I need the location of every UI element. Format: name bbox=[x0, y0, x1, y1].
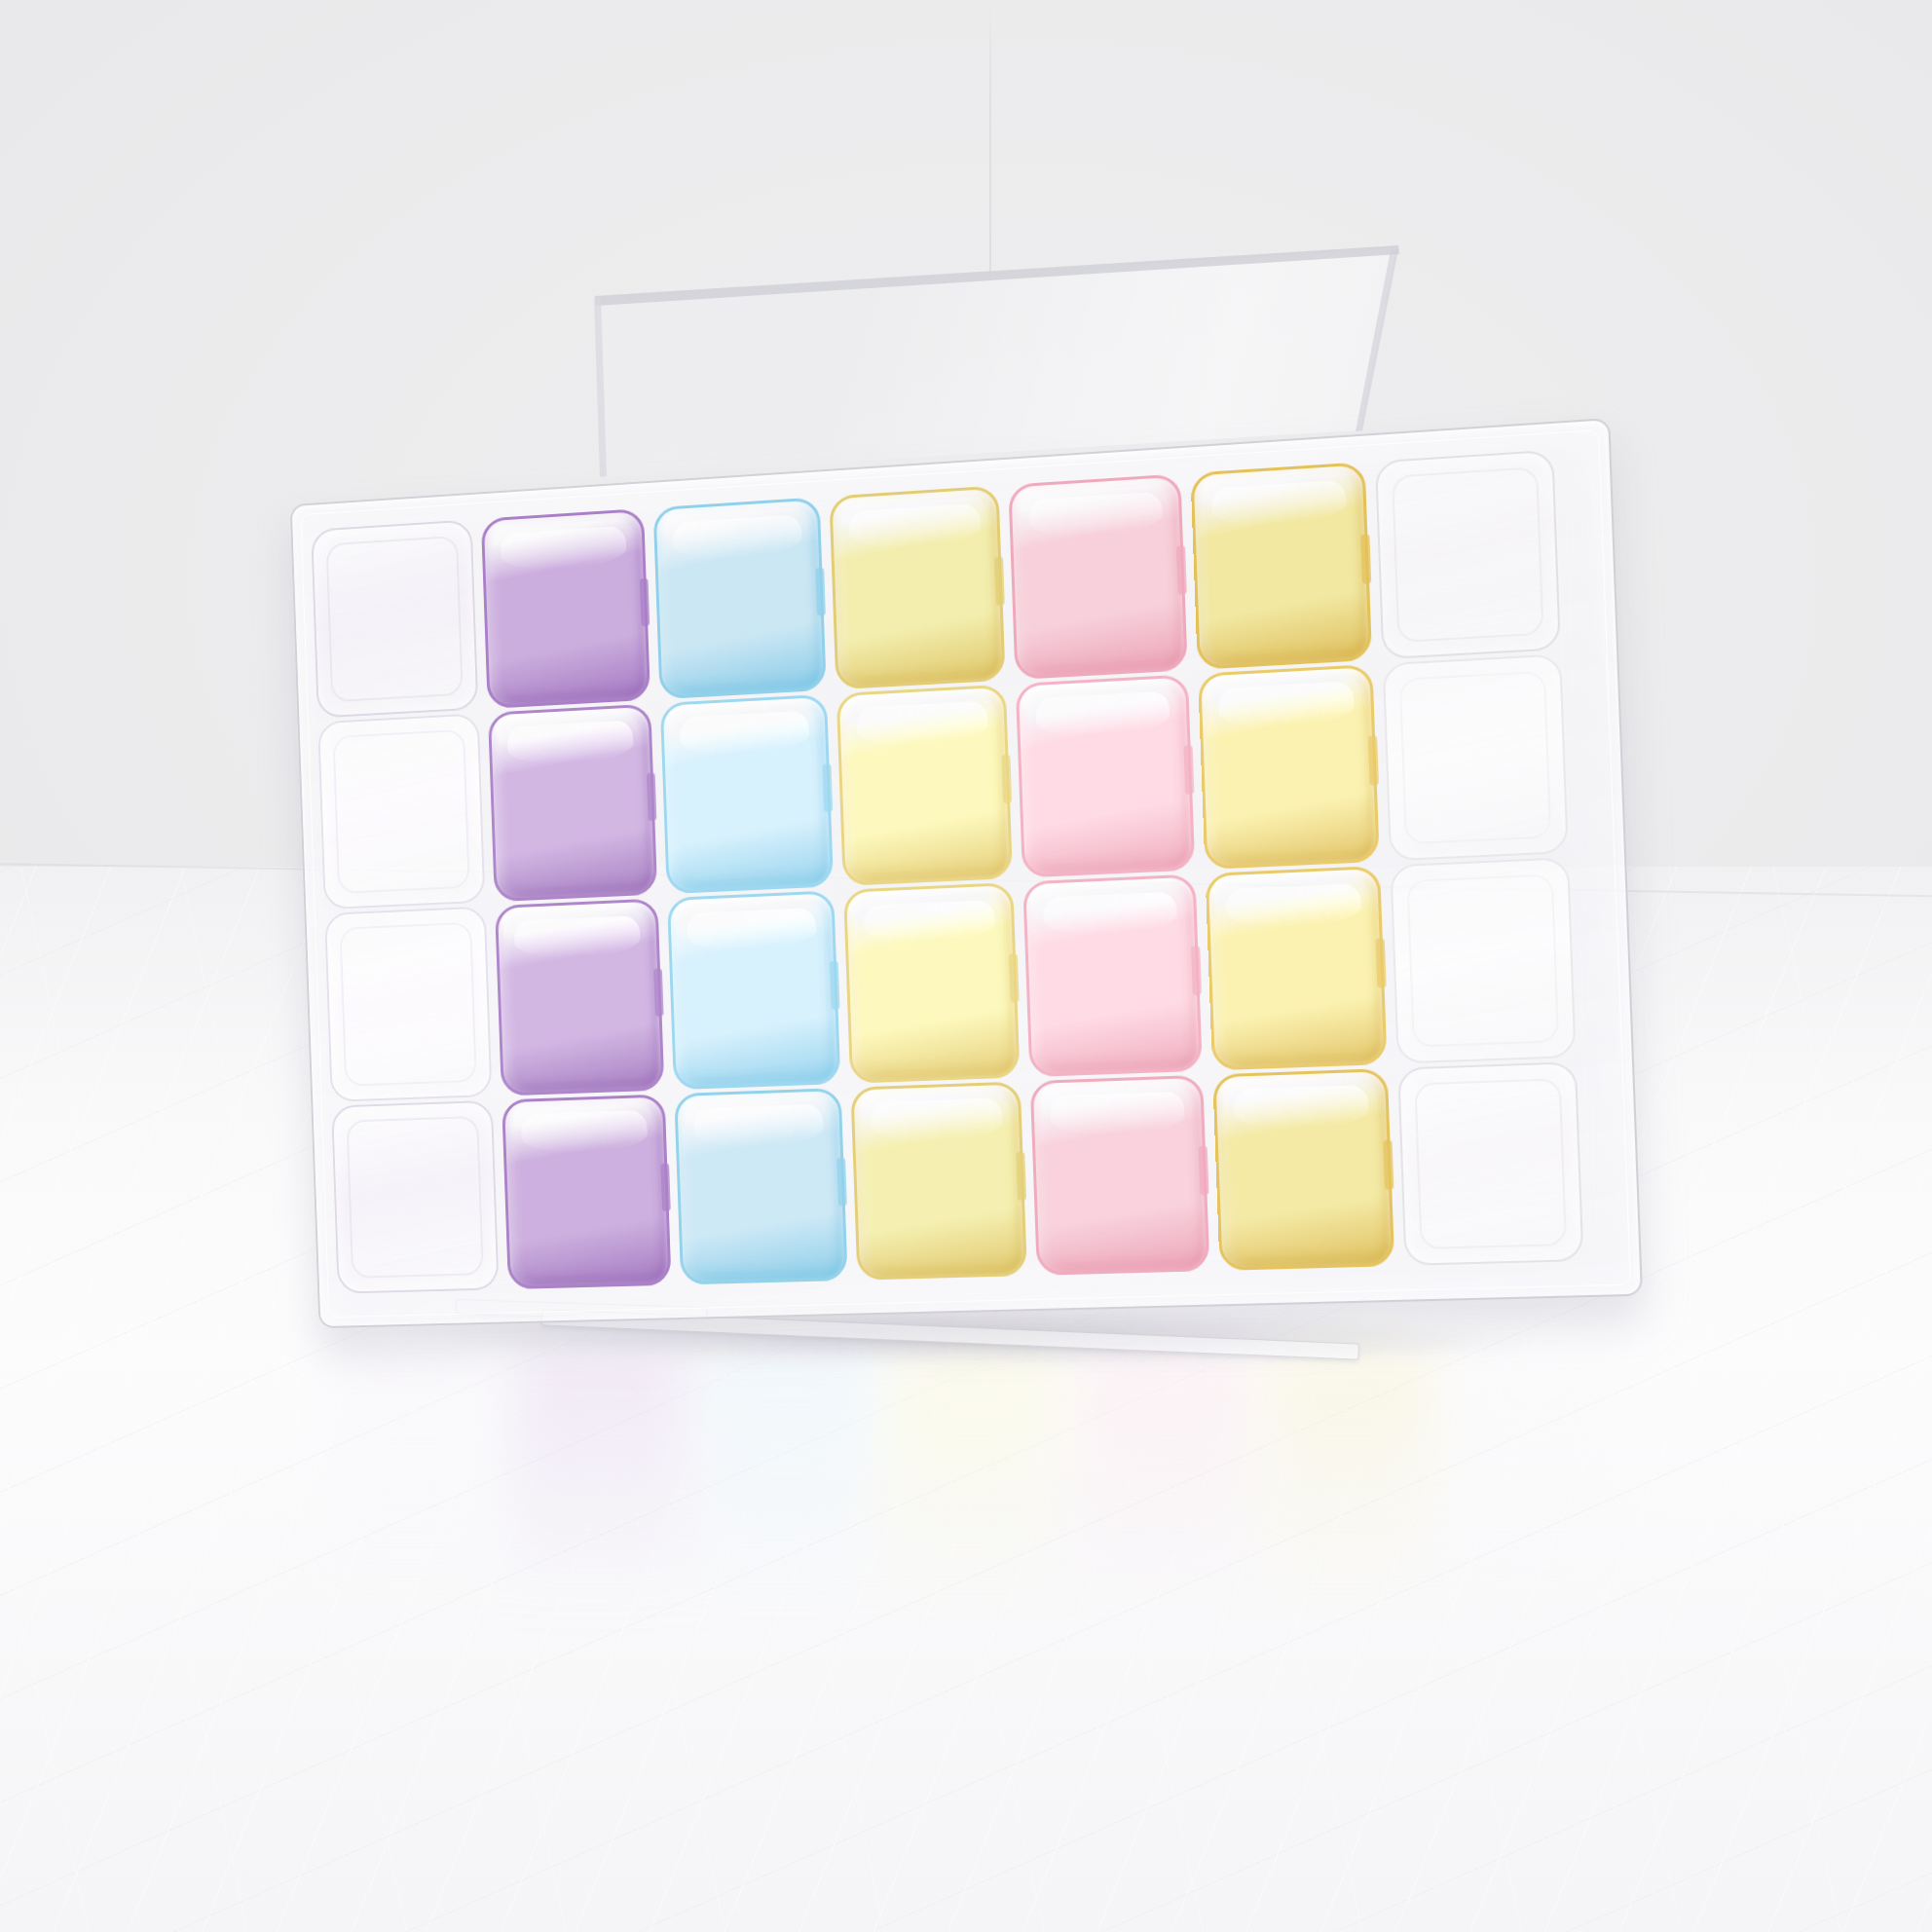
compartment-cell-pink-row3 bbox=[1022, 874, 1202, 1077]
reflection-strip-blue bbox=[686, 1350, 878, 1720]
compartment-column-yellow-deep bbox=[1190, 462, 1395, 1271]
compartment-cell-yellow-row2 bbox=[836, 684, 1013, 886]
compartment-cell-clear-left-row4 bbox=[331, 1099, 499, 1293]
compartment-cell-clear-right-row3 bbox=[1391, 857, 1577, 1063]
reflection-strip-yellow bbox=[873, 1350, 1065, 1720]
box-reflection bbox=[312, 1350, 1626, 1720]
compartment-cell-clear-right-row4 bbox=[1397, 1061, 1583, 1266]
backdrop-seam-line bbox=[989, 0, 991, 280]
compartment-cell-yellow-row4 bbox=[850, 1081, 1026, 1281]
product-photo-scene bbox=[0, 0, 1932, 1932]
compartment-column-pink bbox=[1008, 473, 1209, 1275]
compartment-cell-blue-row4 bbox=[675, 1088, 848, 1285]
compartment-column-clear-left bbox=[311, 519, 499, 1293]
reflection-strip-purple bbox=[499, 1350, 691, 1720]
compartment-column-blue bbox=[653, 497, 848, 1284]
compartment-cell-blue-row2 bbox=[660, 693, 834, 894]
compartment-cell-blue-row3 bbox=[667, 890, 840, 1089]
compartment-cell-clear-left-row2 bbox=[317, 713, 485, 910]
compartment-cell-pink-row1 bbox=[1008, 473, 1187, 679]
organizer-tray bbox=[290, 418, 1643, 1328]
reflection-strip-yellow-deep bbox=[1246, 1350, 1439, 1720]
compartment-cell-yellow-deep-row2 bbox=[1198, 663, 1381, 870]
compartment-cell-pink-row2 bbox=[1016, 674, 1195, 878]
compartment-cell-yellow-deep-row4 bbox=[1212, 1067, 1395, 1270]
compartment-cell-clear-right-row1 bbox=[1375, 450, 1561, 659]
compartment-column-yellow bbox=[829, 485, 1026, 1280]
compartment-cell-pink-row4 bbox=[1029, 1074, 1209, 1276]
reflection-strip-pink bbox=[1059, 1350, 1252, 1720]
compartment-cell-yellow-deep-row1 bbox=[1190, 462, 1372, 669]
compartment-cell-clear-left-row3 bbox=[324, 907, 492, 1102]
compartment-grid bbox=[311, 450, 1583, 1294]
compartment-cell-purple-row1 bbox=[481, 508, 651, 709]
compartment-column-clear-right bbox=[1375, 450, 1583, 1266]
compartment-cell-yellow-row1 bbox=[829, 485, 1005, 688]
compartment-cell-blue-row1 bbox=[653, 497, 827, 698]
compartment-cell-clear-right-row2 bbox=[1383, 653, 1569, 862]
reflection-strip-clear-left bbox=[312, 1350, 504, 1720]
compartment-cell-yellow-deep-row3 bbox=[1205, 866, 1388, 1070]
reflection-strip-clear-right bbox=[1433, 1350, 1626, 1720]
compartment-cell-clear-left-row1 bbox=[311, 519, 478, 718]
compartment-cell-purple-row4 bbox=[502, 1094, 672, 1289]
compartment-column-purple bbox=[481, 508, 672, 1289]
compartment-cell-purple-row2 bbox=[488, 703, 658, 902]
compartment-cell-purple-row3 bbox=[495, 898, 665, 1096]
compartment-cell-yellow-row3 bbox=[843, 882, 1020, 1083]
